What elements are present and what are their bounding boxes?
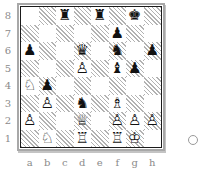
square-a8[interactable] <box>21 7 39 25</box>
square-b8[interactable] <box>39 7 57 25</box>
square-c4[interactable] <box>56 77 74 95</box>
square-c1[interactable] <box>56 130 74 148</box>
square-d1[interactable]: ♜♖ <box>74 130 92 148</box>
piece-white-pawn: ♟♙ <box>21 112 39 130</box>
file-label-h: h <box>144 156 162 169</box>
square-a6[interactable]: ♟ <box>21 42 39 60</box>
piece-white-knight: ♞♘ <box>39 130 57 148</box>
square-g5[interactable]: ♟ <box>126 60 144 78</box>
square-g7[interactable] <box>126 25 144 43</box>
piece-black-rook: ♜ <box>56 7 74 25</box>
square-f5[interactable]: ♝ <box>109 60 127 78</box>
rank-label-7: 7 <box>2 25 14 43</box>
file-label-g: g <box>126 156 144 169</box>
square-f4[interactable] <box>109 77 127 95</box>
square-e7[interactable] <box>91 25 109 43</box>
rank-label-1: 1 <box>2 130 14 148</box>
square-c2[interactable] <box>56 112 74 130</box>
square-g3[interactable] <box>126 95 144 113</box>
piece-white-pawn: ♟♙ <box>126 112 144 130</box>
file-label-a: a <box>21 156 39 169</box>
piece-white-knight: ♞♘ <box>21 77 39 95</box>
square-h5[interactable] <box>144 60 162 78</box>
piece-black-bishop: ♝ <box>109 60 127 78</box>
rank-label-3: 3 <box>2 95 14 113</box>
square-c8[interactable]: ♜ <box>56 7 74 25</box>
square-h4[interactable] <box>144 77 162 95</box>
rank-labels: 87654321 <box>2 7 14 147</box>
piece-white-king: ♚♔ <box>126 130 144 148</box>
file-label-e: e <box>91 156 109 169</box>
piece-black-king: ♚ <box>126 7 144 25</box>
white-to-move-icon <box>188 135 198 145</box>
square-f8[interactable] <box>109 7 127 25</box>
piece-black-pawn: ♟ <box>21 42 39 60</box>
square-b1[interactable]: ♞♘ <box>39 130 57 148</box>
file-label-b: b <box>39 156 57 169</box>
piece-white-rook: ♜♖ <box>109 130 127 148</box>
file-labels: abcdefgh <box>21 156 161 169</box>
square-a5[interactable] <box>21 60 39 78</box>
square-b6[interactable] <box>39 42 57 60</box>
rank-label-8: 8 <box>2 7 14 25</box>
square-c7[interactable] <box>56 25 74 43</box>
square-g4[interactable] <box>126 77 144 95</box>
piece-white-rook: ♜♖ <box>74 130 92 148</box>
square-h6[interactable]: ♟ <box>144 42 162 60</box>
piece-black-knight: ♞ <box>109 42 127 60</box>
piece-white-bishop: ♝♗ <box>109 95 127 113</box>
square-c3[interactable] <box>56 95 74 113</box>
square-g8[interactable]: ♚ <box>126 7 144 25</box>
board-frame: ♜♜♚♟♟♛♞♟♟♙♝♟♞♘♟♟♙♞♝♗♟♙♛♕♟♙♟♙♟♙♞♘♜♖♜♖♚♔ <box>17 3 165 151</box>
piece-black-pawn: ♟ <box>39 77 57 95</box>
square-d3[interactable]: ♞ <box>74 95 92 113</box>
file-label-c: c <box>56 156 74 169</box>
piece-white-queen: ♛♕ <box>74 112 92 130</box>
rank-label-4: 4 <box>2 77 14 95</box>
square-a3[interactable] <box>21 95 39 113</box>
square-b3[interactable]: ♟♙ <box>39 95 57 113</box>
square-h1[interactable] <box>144 130 162 148</box>
square-h3[interactable] <box>144 95 162 113</box>
piece-black-knight: ♞ <box>74 95 92 113</box>
rank-label-6: 6 <box>2 42 14 60</box>
piece-black-pawn: ♟ <box>144 42 162 60</box>
square-g1[interactable]: ♚♔ <box>126 130 144 148</box>
square-h2[interactable]: ♟♙ <box>144 112 162 130</box>
piece-black-queen: ♛ <box>74 42 92 60</box>
square-e5[interactable] <box>91 60 109 78</box>
square-f2[interactable]: ♟♙ <box>109 112 127 130</box>
square-d8[interactable] <box>74 7 92 25</box>
square-a4[interactable]: ♞♘ <box>21 77 39 95</box>
square-e4[interactable] <box>91 77 109 95</box>
piece-white-pawn: ♟♙ <box>144 112 162 130</box>
square-f1[interactable]: ♜♖ <box>109 130 127 148</box>
square-b2[interactable] <box>39 112 57 130</box>
square-b7[interactable] <box>39 25 57 43</box>
piece-black-rook: ♜ <box>91 7 109 25</box>
square-e8[interactable]: ♜ <box>91 7 109 25</box>
square-a2[interactable]: ♟♙ <box>21 112 39 130</box>
square-d6[interactable]: ♛ <box>74 42 92 60</box>
square-e3[interactable] <box>91 95 109 113</box>
square-g6[interactable] <box>126 42 144 60</box>
piece-black-pawn: ♟ <box>126 60 144 78</box>
square-b4[interactable]: ♟ <box>39 77 57 95</box>
square-a1[interactable] <box>21 130 39 148</box>
square-f6[interactable]: ♞ <box>109 42 127 60</box>
file-label-d: d <box>74 156 92 169</box>
square-d7[interactable] <box>74 25 92 43</box>
square-f3[interactable]: ♝♗ <box>109 95 127 113</box>
square-a7[interactable] <box>21 25 39 43</box>
file-label-f: f <box>109 156 127 169</box>
square-f7[interactable]: ♟ <box>109 25 127 43</box>
square-d4[interactable] <box>74 77 92 95</box>
square-b5[interactable] <box>39 60 57 78</box>
square-d2[interactable]: ♛♕ <box>74 112 92 130</box>
piece-white-pawn: ♟♙ <box>109 112 127 130</box>
piece-black-pawn: ♟ <box>109 25 127 43</box>
square-g2[interactable]: ♟♙ <box>126 112 144 130</box>
rank-label-5: 5 <box>2 60 14 78</box>
square-c5[interactable] <box>56 60 74 78</box>
chess-diagram: 87654321 ♜♜♚♟♟♛♞♟♟♙♝♟♞♘♟♟♙♞♝♗♟♙♛♕♟♙♟♙♟♙♞… <box>0 0 205 174</box>
square-h8[interactable] <box>144 7 162 25</box>
square-e2[interactable] <box>91 112 109 130</box>
piece-white-pawn: ♟♙ <box>74 60 92 78</box>
square-c6[interactable] <box>56 42 74 60</box>
square-d5[interactable]: ♟♙ <box>74 60 92 78</box>
rank-label-2: 2 <box>2 112 14 130</box>
chess-board: ♜♜♚♟♟♛♞♟♟♙♝♟♞♘♟♟♙♞♝♗♟♙♛♕♟♙♟♙♟♙♞♘♜♖♜♖♚♔ <box>20 6 162 148</box>
square-h7[interactable] <box>144 25 162 43</box>
piece-white-pawn: ♟♙ <box>39 95 57 113</box>
square-e1[interactable] <box>91 130 109 148</box>
square-e6[interactable] <box>91 42 109 60</box>
